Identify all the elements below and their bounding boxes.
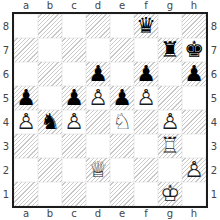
file-label-f: f [134,208,158,220]
square-d4[interactable] [86,110,110,134]
black-king-piece: ♚ [182,38,206,62]
square-h6[interactable]: ♟ [182,62,206,86]
square-h1[interactable] [182,182,206,206]
square-a5[interactable]: ♟ [14,86,38,110]
square-f3[interactable] [134,134,158,158]
file-labels-bottom: abcdefgh [12,208,208,220]
file-label-f: f [134,0,158,12]
square-g3[interactable]: ♜♖ [158,134,182,158]
file-label-e: e [110,0,134,12]
white-pawn-piece: ♟♙ [134,86,158,110]
white-knight-piece: ♞♘ [110,110,134,134]
square-b3[interactable] [38,134,62,158]
square-b7[interactable] [38,38,62,62]
corner-bottom-left [0,208,12,220]
square-e2[interactable] [110,158,134,182]
square-g2[interactable] [158,158,182,182]
square-e4[interactable]: ♞♘ [110,110,134,134]
square-c6[interactable] [62,62,86,86]
square-f5[interactable]: ♟♙ [134,86,158,110]
square-d1[interactable] [86,182,110,206]
white-rook-piece: ♜♖ [158,134,182,158]
white-queen-piece: ♛♕ [86,158,110,182]
rank-labels-right: 87654321 [208,12,220,208]
white-pawn-piece: ♟♙ [14,110,38,134]
square-b6[interactable] [38,62,62,86]
square-h3[interactable] [182,134,206,158]
square-g7[interactable]: ♜ [158,38,182,62]
square-d2[interactable]: ♛♕ [86,158,110,182]
rank-label-7: 7 [208,38,220,62]
square-e7[interactable] [110,38,134,62]
square-e3[interactable] [110,134,134,158]
rank-label-8: 8 [208,14,220,38]
black-pawn-piece: ♟ [62,86,86,110]
white-king-piece: ♚♔ [158,182,182,206]
square-c8[interactable] [62,14,86,38]
square-c7[interactable] [62,38,86,62]
corner-top-left [0,0,12,12]
file-label-c: c [62,0,86,12]
file-label-b: b [38,0,62,12]
square-d5[interactable]: ♟♙ [86,86,110,110]
square-f7[interactable] [134,38,158,62]
square-f4[interactable] [134,110,158,134]
square-f8[interactable]: ♛ [134,14,158,38]
file-label-h: h [182,208,206,220]
square-a2[interactable] [14,158,38,182]
white-pawn-piece: ♟♙ [86,86,110,110]
square-b1[interactable] [38,182,62,206]
square-f1[interactable] [134,182,158,206]
square-a1[interactable] [14,182,38,206]
square-b5[interactable] [38,86,62,110]
file-label-a: a [14,0,38,12]
square-c3[interactable] [62,134,86,158]
rank-label-8: 8 [0,14,12,38]
corner-top-right [208,0,220,12]
black-rook-piece: ♜ [158,38,182,62]
square-h2[interactable]: ♟♙ [182,158,206,182]
chess-board: ♛♜♚♟♟♟♟♟♟♙♟♟♙♟♙♞♟♙♞♘♟♙♜♖♛♕♟♙♚♔ [12,12,208,208]
square-e1[interactable] [110,182,134,206]
rank-label-1: 1 [208,182,220,206]
rank-label-4: 4 [208,110,220,134]
square-g5[interactable] [158,86,182,110]
rank-label-7: 7 [0,38,12,62]
black-pawn-piece: ♟ [14,86,38,110]
square-h5[interactable] [182,86,206,110]
square-d6[interactable]: ♟ [86,62,110,86]
file-labels-top: abcdefgh [12,0,208,12]
file-label-b: b [38,208,62,220]
rank-label-1: 1 [0,182,12,206]
square-a7[interactable] [14,38,38,62]
square-g8[interactable] [158,14,182,38]
file-label-a: a [14,208,38,220]
rank-label-2: 2 [0,158,12,182]
square-a3[interactable] [14,134,38,158]
square-h7[interactable]: ♚ [182,38,206,62]
corner-bottom-right [208,208,220,220]
white-pawn-piece: ♟♙ [182,158,206,182]
rank-label-5: 5 [208,86,220,110]
file-label-g: g [158,0,182,12]
square-e8[interactable] [110,14,134,38]
square-a6[interactable] [14,62,38,86]
square-h4[interactable] [182,110,206,134]
square-c2[interactable] [62,158,86,182]
square-b8[interactable] [38,14,62,38]
square-b4[interactable]: ♞ [38,110,62,134]
rank-label-5: 5 [0,86,12,110]
black-pawn-piece: ♟ [182,62,206,86]
black-queen-piece: ♛ [134,14,158,38]
black-pawn-piece: ♟ [134,62,158,86]
square-g6[interactable] [158,62,182,86]
black-knight-piece: ♞ [38,110,62,134]
file-label-c: c [62,208,86,220]
square-g1[interactable]: ♚♔ [158,182,182,206]
square-d7[interactable] [86,38,110,62]
square-d8[interactable] [86,14,110,38]
rank-label-6: 6 [208,62,220,86]
file-label-d: d [86,208,110,220]
square-b2[interactable] [38,158,62,182]
rank-label-6: 6 [0,62,12,86]
file-label-h: h [182,0,206,12]
white-pawn-piece: ♟♙ [62,110,86,134]
rank-labels-left: 87654321 [0,12,12,208]
file-label-e: e [110,208,134,220]
square-e6[interactable] [110,62,134,86]
rank-label-2: 2 [208,158,220,182]
square-h8[interactable] [182,14,206,38]
rank-label-3: 3 [208,134,220,158]
square-f2[interactable] [134,158,158,182]
chess-diagram: abcdefgh 87654321 ♛♜♚♟♟♟♟♟♟♙♟♟♙♟♙♞♟♙♞♘♟♙… [0,0,220,220]
square-a4[interactable]: ♟♙ [14,110,38,134]
black-pawn-piece: ♟ [110,86,134,110]
square-a8[interactable] [14,14,38,38]
square-g4[interactable]: ♟♙ [158,110,182,134]
file-label-d: d [86,0,110,12]
square-c5[interactable]: ♟ [62,86,86,110]
rank-label-4: 4 [0,110,12,134]
square-e5[interactable]: ♟ [110,86,134,110]
black-pawn-piece: ♟ [86,62,110,86]
square-c1[interactable] [62,182,86,206]
square-f6[interactable]: ♟ [134,62,158,86]
square-c4[interactable]: ♟♙ [62,110,86,134]
file-label-g: g [158,208,182,220]
rank-label-3: 3 [0,134,12,158]
square-d3[interactable] [86,134,110,158]
white-pawn-piece: ♟♙ [158,110,182,134]
